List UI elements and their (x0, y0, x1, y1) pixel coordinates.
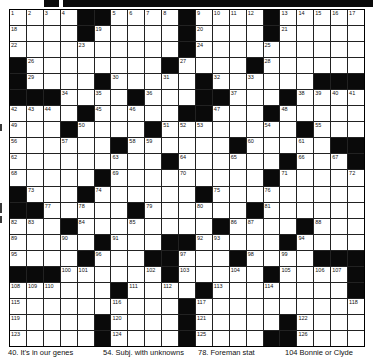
cell-r1c3[interactable]: 3 (44, 10, 60, 25)
cell-r20c13[interactable] (213, 315, 229, 330)
cell-r11c11[interactable]: 70 (179, 170, 195, 185)
cell-r4c3[interactable] (44, 58, 60, 73)
cell-r19c5[interactable] (78, 299, 94, 314)
cell-r7c7[interactable] (111, 106, 127, 121)
cell-r11c3[interactable] (44, 170, 60, 185)
cell-r10c7[interactable]: 63 (111, 154, 127, 169)
cell-r19c15[interactable] (247, 299, 263, 314)
cell-r4c20[interactable] (331, 58, 347, 73)
cell-r2c8[interactable] (128, 26, 144, 41)
cell-r21c13[interactable] (213, 331, 229, 346)
cell-r11c10[interactable] (162, 170, 178, 185)
cell-r7c8[interactable]: 46 (128, 106, 144, 121)
cell-r4c16[interactable]: 28 (264, 58, 280, 73)
cell-r19c4[interactable] (61, 299, 77, 314)
cell-r20c10[interactable] (162, 315, 178, 330)
cell-r17c5[interactable]: 101 (78, 267, 94, 282)
cell-r5c15[interactable]: 33 (247, 74, 263, 89)
cell-r5c3[interactable] (44, 74, 60, 89)
cell-r14c9[interactable] (145, 219, 161, 234)
cell-r20c14[interactable] (230, 315, 246, 330)
cell-r12c9[interactable] (145, 187, 161, 202)
cell-r3c9[interactable] (145, 42, 161, 57)
cell-r10c3[interactable] (44, 154, 60, 169)
cell-r2c20[interactable] (331, 26, 347, 41)
cell-r9c5[interactable] (78, 138, 94, 153)
cell-r18c11[interactable] (179, 283, 195, 298)
cell-r14c15[interactable]: 87 (247, 219, 263, 234)
cell-r3c17[interactable] (280, 42, 296, 57)
cell-r7c9[interactable] (145, 106, 161, 121)
cell-r11c17[interactable]: 71 (280, 170, 296, 185)
cell-r20c3[interactable] (44, 315, 60, 330)
cell-r17c20[interactable]: 107 (331, 267, 347, 282)
cell-r8c8[interactable] (128, 122, 144, 137)
cell-r13c17[interactable] (280, 203, 296, 218)
cell-r19c21[interactable]: 118 (348, 299, 364, 314)
cell-r21c12[interactable]: 125 (196, 331, 212, 346)
cell-r14c11[interactable] (179, 219, 195, 234)
cell-r6c20[interactable]: 40 (331, 90, 347, 105)
cell-r15c13[interactable]: 93 (213, 235, 229, 250)
cell-r3c15[interactable] (247, 42, 263, 57)
cell-r16c18[interactable] (297, 251, 313, 266)
cell-r19c14[interactable] (230, 299, 246, 314)
cell-r7c10[interactable] (162, 106, 178, 121)
cell-r4c4[interactable] (61, 58, 77, 73)
cell-r13c10[interactable] (162, 203, 178, 218)
cell-r10c5[interactable] (78, 154, 94, 169)
cell-r15c16[interactable] (264, 235, 280, 250)
cell-r21c20[interactable] (331, 331, 347, 346)
cell-r16c13[interactable] (213, 251, 229, 266)
cell-r7c15[interactable] (247, 106, 263, 121)
cell-r21c10[interactable] (162, 331, 178, 346)
cell-r6c6[interactable]: 35 (95, 90, 111, 105)
cell-r3c18[interactable] (297, 42, 313, 57)
cell-r20c12[interactable]: 121 (196, 315, 212, 330)
cell-r3c13[interactable] (213, 42, 229, 57)
cell-r12c3[interactable] (44, 187, 60, 202)
cell-r21c18[interactable]: 126 (297, 331, 313, 346)
cell-r20c1[interactable]: 119 (10, 315, 26, 330)
cell-r18c6[interactable] (95, 283, 111, 298)
cell-r2c4[interactable] (61, 26, 77, 41)
cell-r13c20[interactable] (331, 203, 347, 218)
cell-r1c10[interactable]: 8 (162, 10, 178, 25)
cell-r8c16[interactable]: 54 (264, 122, 280, 137)
cell-r11c13[interactable] (213, 170, 229, 185)
cell-r4c9[interactable] (145, 58, 161, 73)
cell-r19c2[interactable] (27, 299, 43, 314)
cell-r16c15[interactable]: 98 (247, 251, 263, 266)
cell-r8c20[interactable] (331, 122, 347, 137)
cell-r12c11[interactable] (179, 187, 195, 202)
cell-r7c18[interactable] (297, 106, 313, 121)
cell-r8c6[interactable] (95, 122, 111, 137)
cell-r16c17[interactable]: 99 (280, 251, 296, 266)
cell-r20c2[interactable] (27, 315, 43, 330)
cell-r1c13[interactable]: 10 (213, 10, 229, 25)
cell-r18c13[interactable]: 113 (213, 283, 229, 298)
cell-r3c20[interactable] (331, 42, 347, 57)
cell-r18c16[interactable]: 114 (264, 283, 280, 298)
cell-r17c12[interactable] (196, 267, 212, 282)
cell-r3c19[interactable] (314, 42, 330, 57)
cell-r10c14[interactable]: 65 (230, 154, 246, 169)
cell-r9c15[interactable]: 60 (247, 138, 263, 153)
cell-r14c20[interactable] (331, 219, 347, 234)
cell-r8c3[interactable] (44, 122, 60, 137)
cell-r11c12[interactable] (196, 170, 212, 185)
cell-r3c1[interactable]: 22 (10, 42, 26, 57)
cell-r3c8[interactable] (128, 42, 144, 57)
cell-r1c18[interactable]: 14 (297, 10, 313, 25)
cell-r15c19[interactable] (314, 235, 330, 250)
cell-r7c21[interactable] (348, 106, 364, 121)
cell-r19c16[interactable] (264, 299, 280, 314)
cell-r15c3[interactable] (44, 235, 60, 250)
cell-r19c8[interactable] (128, 299, 144, 314)
cell-r19c13[interactable] (213, 299, 229, 314)
cell-r14c17[interactable] (280, 219, 296, 234)
cell-r9c12[interactable] (196, 138, 212, 153)
cell-r7c20[interactable] (331, 106, 347, 121)
cell-r8c13[interactable] (213, 122, 229, 137)
cell-r13c13[interactable] (213, 203, 229, 218)
cell-r2c13[interactable] (213, 26, 229, 41)
cell-r14c8[interactable]: 85 (128, 219, 144, 234)
cell-r4c19[interactable] (314, 58, 330, 73)
cell-r18c10[interactable]: 112 (162, 283, 178, 298)
cell-r10c12[interactable] (196, 154, 212, 169)
cell-r19c12[interactable]: 117 (196, 299, 212, 314)
cell-r1c9[interactable]: 7 (145, 10, 161, 25)
cell-r19c10[interactable] (162, 299, 178, 314)
cell-r7c19[interactable] (314, 106, 330, 121)
cell-r16c1[interactable]: 95 (10, 251, 26, 266)
cell-r18c19[interactable] (314, 283, 330, 298)
cell-r9c13[interactable] (213, 138, 229, 153)
cell-r1c12[interactable]: 9 (196, 10, 212, 25)
cell-r1c8[interactable]: 6 (128, 10, 144, 25)
cell-r11c14[interactable] (230, 170, 246, 185)
cell-r4c11[interactable]: 27 (179, 58, 195, 73)
cell-r14c7[interactable] (111, 219, 127, 234)
cell-r14c21[interactable] (348, 219, 364, 234)
cell-r14c16[interactable] (264, 219, 280, 234)
cell-r9c17[interactable] (280, 138, 296, 153)
cell-r15c2[interactable] (27, 235, 43, 250)
cell-r6c18[interactable]: 38 (297, 90, 313, 105)
cell-r4c5[interactable] (78, 58, 94, 73)
cell-r21c5[interactable] (78, 331, 94, 346)
cell-r14c12[interactable] (196, 219, 212, 234)
cell-r3c14[interactable] (230, 42, 246, 57)
cell-r8c10[interactable]: 51 (162, 122, 178, 137)
cell-r10c2[interactable] (27, 154, 43, 169)
cell-r6c7[interactable] (111, 90, 127, 105)
cell-r12c19[interactable] (314, 187, 330, 202)
cell-r20c19[interactable] (314, 315, 330, 330)
cell-r13c9[interactable]: 79 (145, 203, 161, 218)
cell-r12c15[interactable] (247, 187, 263, 202)
cell-r17c8[interactable] (128, 267, 144, 282)
cell-r1c4[interactable]: 4 (61, 10, 77, 25)
cell-r2c17[interactable]: 21 (280, 26, 296, 41)
cell-r5c17[interactable] (280, 74, 296, 89)
cell-r16c3[interactable] (44, 251, 60, 266)
cell-r10c4[interactable] (61, 154, 77, 169)
cell-r6c19[interactable]: 39 (314, 90, 330, 105)
cell-r9c9[interactable]: 59 (145, 138, 161, 153)
cell-r7c3[interactable]: 44 (44, 106, 60, 121)
cell-r7c4[interactable] (61, 106, 77, 121)
cell-r21c15[interactable] (247, 331, 263, 346)
cell-r2c19[interactable] (314, 26, 330, 41)
cell-r3c5[interactable]: 23 (78, 42, 94, 57)
cell-r11c4[interactable] (61, 170, 77, 185)
cell-r6c10[interactable] (162, 90, 178, 105)
cell-r20c20[interactable] (331, 315, 347, 330)
cell-r17c13[interactable] (213, 267, 229, 282)
cell-r9c2[interactable] (27, 138, 43, 153)
cell-r11c19[interactable] (314, 170, 330, 185)
cell-r2c7[interactable] (111, 26, 127, 41)
cell-r10c8[interactable] (128, 154, 144, 169)
cell-r8c14[interactable] (230, 122, 246, 137)
cell-r3c12[interactable]: 24 (196, 42, 212, 57)
cell-r14c6[interactable] (95, 219, 111, 234)
cell-r11c1[interactable]: 68 (10, 170, 26, 185)
cell-r13c19[interactable] (314, 203, 330, 218)
cell-r5c2[interactable]: 29 (27, 74, 43, 89)
cell-r9c19[interactable] (314, 138, 330, 153)
cell-r13c21[interactable] (348, 203, 364, 218)
cell-r3c6[interactable] (95, 42, 111, 57)
cell-r11c7[interactable]: 69 (111, 170, 127, 185)
cell-r8c17[interactable] (280, 122, 296, 137)
cell-r13c3[interactable]: 77 (44, 203, 60, 218)
cell-r13c11[interactable] (179, 203, 195, 218)
cell-r13c14[interactable] (230, 203, 246, 218)
cell-r8c7[interactable] (111, 122, 127, 137)
cell-r7c17[interactable]: 48 (280, 106, 296, 121)
cell-r4c8[interactable] (128, 58, 144, 73)
cell-r18c17[interactable] (280, 283, 296, 298)
cell-r19c20[interactable] (331, 299, 347, 314)
cell-r4c18[interactable] (297, 58, 313, 73)
cell-r12c13[interactable]: 75 (213, 187, 229, 202)
cell-r21c19[interactable] (314, 331, 330, 346)
cell-r13c16[interactable]: 81 (264, 203, 280, 218)
cell-r17c11[interactable]: 103 (179, 267, 195, 282)
cell-r8c19[interactable]: 55 (314, 122, 330, 137)
cell-r13c6[interactable] (95, 203, 111, 218)
cell-r16c4[interactable] (61, 251, 77, 266)
cell-r5c13[interactable]: 32 (213, 74, 229, 89)
cell-r14c2[interactable]: 83 (27, 219, 43, 234)
cell-r3c21[interactable] (348, 42, 364, 57)
cell-r15c5[interactable] (78, 235, 94, 250)
cell-r8c12[interactable]: 53 (196, 122, 212, 137)
cell-r3c2[interactable] (27, 42, 43, 57)
cell-r10c6[interactable] (95, 154, 111, 169)
cell-r11c18[interactable] (297, 170, 313, 185)
cell-r12c10[interactable] (162, 187, 178, 202)
cell-r4c7[interactable] (111, 58, 127, 73)
cell-r11c20[interactable] (331, 170, 347, 185)
cell-r12c8[interactable] (128, 187, 144, 202)
cell-r5c10[interactable]: 31 (162, 74, 178, 89)
cell-r21c21[interactable] (348, 331, 364, 346)
cell-r9c3[interactable] (44, 138, 60, 153)
cell-r14c3[interactable] (44, 219, 60, 234)
cell-r7c1[interactable]: 42 (10, 106, 26, 121)
cell-r10c16[interactable] (264, 154, 280, 169)
cell-r10c19[interactable] (314, 154, 330, 169)
cell-r8c2[interactable] (27, 122, 43, 137)
cell-r12c20[interactable] (331, 187, 347, 202)
cell-r13c4[interactable] (61, 203, 77, 218)
cell-r21c7[interactable]: 124 (111, 331, 127, 346)
cell-r9c1[interactable]: 56 (10, 138, 26, 153)
cell-r6c15[interactable] (247, 90, 263, 105)
cell-r9c8[interactable]: 58 (128, 138, 144, 153)
cell-r21c3[interactable] (44, 331, 60, 346)
cell-r9c11[interactable] (179, 138, 195, 153)
cell-r8c21[interactable] (348, 122, 364, 137)
cell-r17c7[interactable] (111, 267, 127, 282)
cell-r2c9[interactable] (145, 26, 161, 41)
cell-r10c1[interactable]: 62 (10, 154, 26, 169)
cell-r5c14[interactable] (230, 74, 246, 89)
cell-r12c14[interactable] (230, 187, 246, 202)
cell-r18c5[interactable] (78, 283, 94, 298)
cell-r2c14[interactable] (230, 26, 246, 41)
cell-r17c19[interactable]: 106 (314, 267, 330, 282)
cell-r15c7[interactable]: 91 (111, 235, 127, 250)
cell-r3c7[interactable] (111, 42, 127, 57)
cell-r21c8[interactable] (128, 331, 144, 346)
cell-r2c2[interactable] (27, 26, 43, 41)
cell-r18c9[interactable] (145, 283, 161, 298)
cell-r2c6[interactable]: 19 (95, 26, 111, 41)
cell-r11c5[interactable] (78, 170, 94, 185)
cell-r2c3[interactable] (44, 26, 60, 41)
cell-r21c1[interactable]: 123 (10, 331, 26, 346)
cell-r8c15[interactable] (247, 122, 263, 137)
cell-r12c7[interactable] (111, 187, 127, 202)
cell-r8c5[interactable]: 50 (78, 122, 94, 137)
cell-r10c9[interactable] (145, 154, 161, 169)
cell-r8c11[interactable]: 52 (179, 122, 195, 137)
cell-r21c9[interactable] (145, 331, 161, 346)
cell-r20c5[interactable] (78, 315, 94, 330)
cell-r1c19[interactable]: 15 (314, 10, 330, 25)
cell-r9c10[interactable] (162, 138, 178, 153)
cell-r19c1[interactable]: 115 (10, 299, 26, 314)
cell-r7c6[interactable]: 45 (95, 106, 111, 121)
cell-r5c18[interactable] (297, 74, 313, 89)
cell-r13c5[interactable]: 78 (78, 203, 94, 218)
cell-r10c13[interactable] (213, 154, 229, 169)
cell-r1c14[interactable]: 11 (230, 10, 246, 25)
cell-r13c18[interactable] (297, 203, 313, 218)
cell-r14c5[interactable]: 84 (78, 219, 94, 234)
cell-r17c9[interactable]: 102 (145, 267, 161, 282)
cell-r18c3[interactable]: 110 (44, 283, 60, 298)
cell-r17c18[interactable] (297, 267, 313, 282)
cell-r21c4[interactable] (61, 331, 77, 346)
cell-r9c16[interactable] (264, 138, 280, 153)
cell-r2c18[interactable] (297, 26, 313, 41)
cell-r15c1[interactable]: 89 (10, 235, 26, 250)
cell-r14c10[interactable] (162, 219, 178, 234)
cell-r2c21[interactable] (348, 26, 364, 41)
cell-r2c10[interactable] (162, 26, 178, 41)
cell-r9c4[interactable]: 57 (61, 138, 77, 153)
cell-r6c5[interactable] (78, 90, 94, 105)
cell-r18c8[interactable]: 111 (128, 283, 144, 298)
cell-r8c1[interactable]: 49 (10, 122, 26, 137)
cell-r18c18[interactable] (297, 283, 313, 298)
cell-r12c6[interactable]: 74 (95, 187, 111, 202)
cell-r20c8[interactable] (128, 315, 144, 330)
cell-r5c9[interactable] (145, 74, 161, 89)
cell-r14c14[interactable]: 86 (230, 219, 246, 234)
cell-r3c4[interactable] (61, 42, 77, 57)
cell-r17c14[interactable]: 104 (230, 267, 246, 282)
cell-r4c6[interactable] (95, 58, 111, 73)
cell-r4c13[interactable] (213, 58, 229, 73)
cell-r15c15[interactable] (247, 235, 263, 250)
cell-r18c20[interactable] (331, 283, 347, 298)
cell-r17c4[interactable]: 100 (61, 267, 77, 282)
cell-r6c11[interactable] (179, 90, 195, 105)
cell-r7c2[interactable]: 43 (27, 106, 43, 121)
cell-r15c4[interactable]: 90 (61, 235, 77, 250)
cell-r21c2[interactable] (27, 331, 43, 346)
cell-r17c6[interactable] (95, 267, 111, 282)
cell-r16c6[interactable]: 96 (95, 251, 111, 266)
cell-r14c1[interactable]: 82 (10, 219, 26, 234)
cell-r14c19[interactable]: 88 (314, 219, 330, 234)
cell-r1c17[interactable]: 13 (280, 10, 296, 25)
cell-r7c13[interactable]: 47 (213, 106, 229, 121)
cell-r15c9[interactable] (145, 235, 161, 250)
cell-r11c9[interactable] (145, 170, 161, 185)
cell-r19c19[interactable] (314, 299, 330, 314)
cell-r19c7[interactable]: 116 (111, 299, 127, 314)
cell-r16c12[interactable] (196, 251, 212, 266)
cell-r12c16[interactable]: 76 (264, 187, 280, 202)
cell-r13c7[interactable] (111, 203, 127, 218)
cell-r2c12[interactable]: 20 (196, 26, 212, 41)
cell-r13c12[interactable]: 80 (196, 203, 212, 218)
cell-r20c7[interactable]: 120 (111, 315, 127, 330)
cell-r6c16[interactable] (264, 90, 280, 105)
cell-r1c2[interactable]: 2 (27, 10, 43, 25)
cell-r15c14[interactable] (230, 235, 246, 250)
cell-r19c17[interactable] (280, 299, 296, 314)
cell-r16c7[interactable] (111, 251, 127, 266)
cell-r15c18[interactable]: 94 (297, 235, 313, 250)
cell-r19c3[interactable] (44, 299, 60, 314)
cell-r1c21[interactable]: 17 (348, 10, 364, 25)
cell-r15c20[interactable] (331, 235, 347, 250)
cell-r10c15[interactable] (247, 154, 263, 169)
